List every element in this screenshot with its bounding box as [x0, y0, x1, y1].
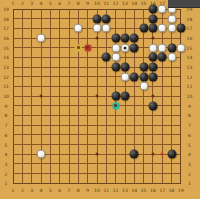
black-stone[interactable] — [148, 5, 157, 14]
grid-line-horizontal — [13, 125, 181, 126]
coordinate-label-bottom: 14 — [131, 187, 137, 192]
coordinate-label-bottom: 19 — [178, 187, 184, 192]
red-dot-marker[interactable] — [161, 153, 164, 156]
black-stone[interactable] — [148, 63, 157, 72]
coordinate-label-bottom: 6 — [58, 187, 61, 192]
black-stone[interactable] — [111, 34, 120, 43]
white-stone[interactable] — [74, 24, 83, 33]
coordinate-label-bottom: 15 — [141, 187, 147, 192]
coordinate-label-top: 7 — [68, 1, 71, 6]
black-stone[interactable] — [139, 63, 148, 72]
coordinate-label-left: 5 — [5, 142, 8, 147]
coordinate-label-left: 6 — [5, 132, 8, 137]
top-right-panel-fragment — [168, 0, 200, 8]
coordinate-label-right: 8 — [188, 113, 191, 118]
coordinate-label-left: 4 — [5, 152, 8, 157]
coordinate-label-right: 16 — [187, 36, 193, 41]
analysis-marker[interactable] — [84, 44, 91, 51]
analysis-marker[interactable] — [112, 102, 119, 109]
black-stone[interactable] — [167, 150, 176, 159]
coordinate-label-right: 13 — [187, 65, 193, 70]
coordinate-label-top: 13 — [122, 1, 128, 6]
coordinate-label-right: 2 — [188, 171, 191, 176]
white-stone[interactable] — [176, 43, 185, 52]
star-point — [95, 37, 98, 40]
grid-line-vertical — [162, 9, 163, 183]
white-stone[interactable] — [167, 24, 176, 33]
coordinate-label-right: 5 — [188, 142, 191, 147]
coordinate-label-right: 9 — [188, 103, 191, 108]
black-stone[interactable] — [148, 101, 157, 110]
coordinate-label-left: 7 — [5, 123, 8, 128]
go-board[interactable]: 1119192218183317174416165515156614147713… — [0, 0, 200, 199]
go-app-screen: 1119192218183317174416165515156614147713… — [0, 0, 200, 199]
coordinate-label-left: 15 — [3, 45, 9, 50]
black-stone[interactable] — [148, 53, 157, 62]
coordinate-label-right: 6 — [188, 132, 191, 137]
coordinate-label-left: 8 — [5, 113, 8, 118]
coordinate-label-top: 2 — [21, 1, 24, 6]
black-stone[interactable] — [102, 14, 111, 23]
black-stone[interactable] — [139, 72, 148, 81]
coordinate-label-right: 4 — [188, 152, 191, 157]
coordinate-label-bottom: 13 — [122, 187, 128, 192]
white-stone[interactable] — [167, 53, 176, 62]
black-stone[interactable] — [148, 24, 157, 33]
white-stone[interactable] — [158, 43, 167, 52]
black-stone[interactable] — [120, 34, 129, 43]
grid-line-vertical — [106, 9, 107, 183]
black-stone[interactable] — [111, 63, 120, 72]
coordinate-label-right: 12 — [187, 74, 193, 79]
grid-line-vertical — [143, 9, 144, 183]
black-stone[interactable] — [92, 14, 101, 23]
grid-line-horizontal — [13, 134, 181, 135]
star-point — [95, 153, 98, 156]
coordinate-label-bottom: 9 — [86, 187, 89, 192]
coordinate-label-left: 9 — [5, 103, 8, 108]
coordinate-label-left: 13 — [3, 65, 9, 70]
coordinate-label-left: 14 — [3, 55, 9, 60]
white-stone[interactable] — [139, 82, 148, 91]
last-move-marker — [123, 46, 126, 49]
coordinate-label-top: 8 — [77, 1, 80, 6]
white-stone[interactable] — [102, 24, 111, 33]
coordinate-label-top: 11 — [103, 1, 109, 6]
coordinate-label-right: 11 — [187, 84, 193, 89]
coordinate-label-left: 19 — [3, 7, 9, 12]
star-point — [151, 37, 154, 40]
grid-line-horizontal — [13, 173, 181, 174]
black-stone[interactable] — [130, 150, 139, 159]
coordinate-label-bottom: 1 — [12, 187, 15, 192]
star-point — [151, 153, 154, 156]
white-stone[interactable] — [148, 43, 157, 52]
coordinate-label-bottom: 10 — [94, 187, 100, 192]
white-stone[interactable] — [111, 53, 120, 62]
coordinate-label-right: 7 — [188, 123, 191, 128]
coordinate-label-right: 17 — [187, 26, 193, 31]
coordinate-label-top: 6 — [58, 1, 61, 6]
white-stone[interactable] — [36, 150, 45, 159]
coordinate-label-bottom: 3 — [30, 187, 33, 192]
analysis-marker[interactable] — [75, 44, 82, 51]
black-stone[interactable] — [120, 63, 129, 72]
coordinate-label-right: 14 — [187, 55, 193, 60]
white-stone[interactable] — [111, 43, 120, 52]
white-stone[interactable] — [158, 5, 167, 14]
coordinate-label-top: 5 — [49, 1, 52, 6]
coordinate-label-left: 17 — [3, 26, 9, 31]
black-stone[interactable] — [148, 72, 157, 81]
grid-line-horizontal — [13, 163, 181, 164]
coordinate-label-bottom: 17 — [159, 187, 165, 192]
white-stone[interactable] — [120, 72, 129, 81]
coordinate-label-right: 3 — [188, 161, 191, 166]
coordinate-label-top: 14 — [131, 1, 137, 6]
star-point — [39, 95, 42, 98]
black-stone[interactable] — [102, 53, 111, 62]
coordinate-label-left: 2 — [5, 171, 8, 176]
coordinate-label-bottom: 7 — [68, 187, 71, 192]
coordinate-label-bottom: 5 — [49, 187, 52, 192]
coordinate-label-top: 10 — [94, 1, 100, 6]
coordinate-label-left: 16 — [3, 36, 9, 41]
black-stone[interactable] — [158, 53, 167, 62]
black-stone[interactable] — [167, 43, 176, 52]
grid-line-horizontal — [13, 144, 181, 145]
coordinate-label-bottom: 12 — [113, 187, 119, 192]
white-stone[interactable] — [158, 24, 167, 33]
coordinate-label-top: 9 — [86, 1, 89, 6]
coordinate-label-top: 3 — [30, 1, 33, 6]
coordinate-label-bottom: 16 — [150, 187, 156, 192]
black-stone[interactable] — [148, 14, 157, 23]
white-stone[interactable] — [167, 14, 176, 23]
grid-line-vertical — [180, 9, 181, 183]
coordinate-label-bottom: 4 — [40, 187, 43, 192]
coordinate-label-top: 15 — [141, 1, 147, 6]
coordinate-label-bottom: 11 — [103, 187, 109, 192]
star-point — [95, 95, 98, 98]
grid-line-horizontal — [13, 183, 181, 184]
white-stone[interactable] — [92, 24, 101, 33]
black-stone[interactable] — [139, 24, 148, 33]
coordinate-label-left: 11 — [3, 84, 9, 89]
coordinate-label-left: 18 — [3, 16, 9, 21]
white-stone[interactable] — [36, 34, 45, 43]
coordinate-label-right: 18 — [187, 16, 193, 21]
black-stone[interactable] — [176, 24, 185, 33]
coordinate-label-bottom: 18 — [169, 187, 175, 192]
black-stone[interactable] — [120, 92, 129, 101]
coordinate-label-top: 1 — [12, 1, 15, 6]
coordinate-label-right: 15 — [187, 45, 193, 50]
coordinate-label-right: 1 — [188, 181, 191, 186]
coordinate-label-left: 10 — [3, 94, 9, 99]
coordinate-label-top: 4 — [40, 1, 43, 6]
coordinate-label-bottom: 8 — [77, 187, 80, 192]
black-stone[interactable] — [111, 92, 120, 101]
coordinate-label-left: 1 — [5, 181, 8, 186]
grid-line-horizontal — [13, 115, 181, 116]
star-point — [151, 95, 154, 98]
coordinate-label-bottom: 2 — [21, 187, 24, 192]
coordinate-label-left: 12 — [3, 74, 9, 79]
coordinate-label-right: 10 — [187, 94, 193, 99]
black-stone[interactable] — [130, 34, 139, 43]
black-stone[interactable] — [130, 43, 139, 52]
coordinate-label-top: 12 — [113, 1, 119, 6]
black-stone[interactable] — [130, 72, 139, 81]
coordinate-label-left: 3 — [5, 161, 8, 166]
